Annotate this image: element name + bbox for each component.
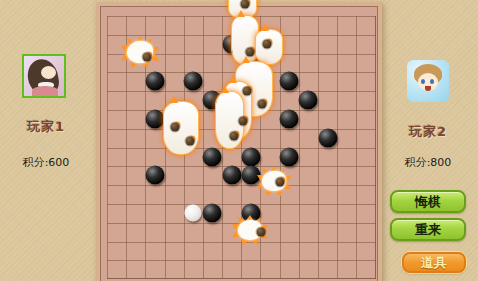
avatar2-mouth xyxy=(425,86,431,91)
fire-burst-prop xyxy=(121,36,159,68)
black-stone xyxy=(203,203,222,222)
black-stone xyxy=(203,147,222,166)
white-stone xyxy=(185,204,202,221)
black-stone xyxy=(145,109,164,128)
bomb-icon xyxy=(241,0,250,9)
player2-score: 积分:800 xyxy=(392,155,464,170)
avatar2-eye xyxy=(421,79,425,84)
player1-score: 积分:600 xyxy=(6,155,86,170)
player2-avatar xyxy=(407,60,449,102)
black-stone xyxy=(280,72,299,91)
black-stone xyxy=(145,166,164,185)
black-stone xyxy=(145,72,164,91)
player2-name: 玩家2 xyxy=(392,123,464,141)
bomb-icon xyxy=(171,123,180,132)
black-stone xyxy=(241,147,260,166)
bomb-icon xyxy=(243,87,252,96)
bomb-icon xyxy=(239,117,248,126)
bomb-icon xyxy=(263,40,272,49)
game-screen: 玩家1 积分:600 玩家2 积分:800 悔棋 重来 道具 xyxy=(0,0,478,281)
bomb-icon xyxy=(143,53,152,62)
black-stone xyxy=(299,91,318,110)
props-button[interactable]: 道具 xyxy=(402,252,466,273)
avatar1-body xyxy=(32,86,58,98)
black-stone xyxy=(280,109,299,128)
burning-prop xyxy=(164,102,198,154)
undo-button[interactable]: 悔棋 xyxy=(390,190,466,213)
bomb-icon xyxy=(246,48,255,57)
black-stone xyxy=(222,166,241,185)
fire-burst-prop xyxy=(257,166,291,196)
black-stone xyxy=(184,72,203,91)
bomb-icon xyxy=(257,228,266,237)
player1-avatar xyxy=(22,54,66,98)
bomb-icon xyxy=(186,137,195,146)
bomb-icon xyxy=(258,100,267,109)
restart-button[interactable]: 重来 xyxy=(390,218,466,241)
bomb-icon xyxy=(230,132,239,141)
bomb-icon xyxy=(276,178,285,187)
black-stone xyxy=(280,147,299,166)
avatar1-face xyxy=(41,66,56,79)
player1-name: 玩家1 xyxy=(6,118,86,136)
avatar2-eye xyxy=(430,79,434,84)
black-stone xyxy=(318,128,337,147)
